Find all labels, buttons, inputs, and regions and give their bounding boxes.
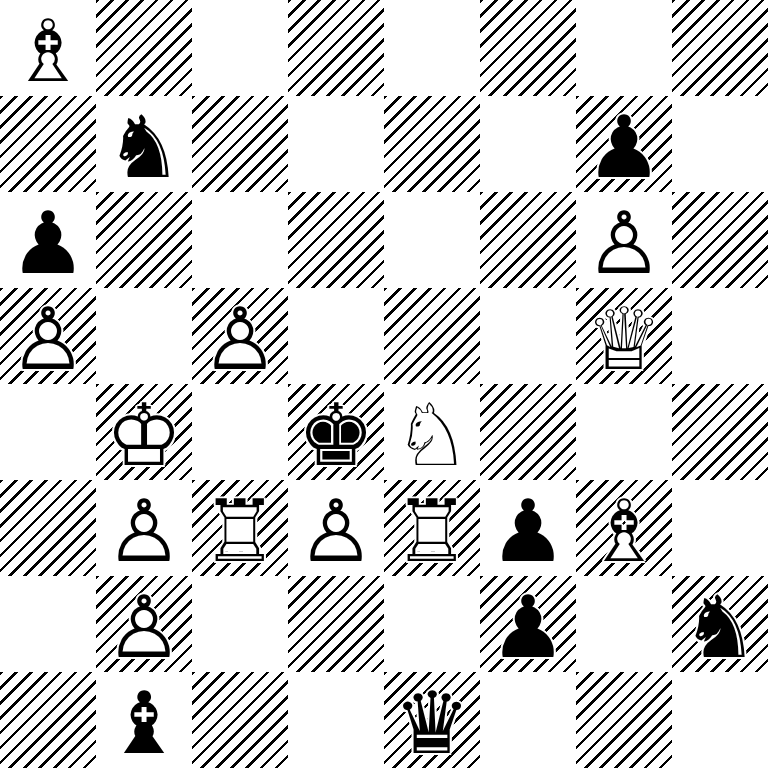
piece-black-pawn[interactable]: ♟ [576, 96, 672, 192]
chess-board: ♝♗♞♟♟♟♙♟♙♟♙♛♕♚♔♚♞♘♟♙♜♖♟♙♜♖♟♝♗♟♙♟♞♝♛ [0, 0, 768, 768]
square-h2[interactable]: ♞ [672, 576, 768, 672]
square-a1[interactable] [0, 672, 96, 768]
square-b3[interactable]: ♟♙ [96, 480, 192, 576]
square-g8[interactable] [576, 0, 672, 96]
square-h6[interactable] [672, 192, 768, 288]
square-c5[interactable]: ♟♙ [192, 288, 288, 384]
square-c2[interactable] [192, 576, 288, 672]
square-e1[interactable]: ♛ [384, 672, 480, 768]
square-e5[interactable] [384, 288, 480, 384]
piece-white-pawn[interactable]: ♙ [192, 288, 288, 384]
square-f1[interactable] [480, 672, 576, 768]
square-e8[interactable] [384, 0, 480, 96]
piece-white-pawn[interactable]: ♙ [96, 480, 192, 576]
square-g2[interactable] [576, 576, 672, 672]
piece-white-queen[interactable]: ♕ [576, 288, 672, 384]
square-f8[interactable] [480, 0, 576, 96]
piece-white-pawn[interactable]: ♙ [288, 480, 384, 576]
square-d5[interactable] [288, 288, 384, 384]
square-g5[interactable]: ♛♕ [576, 288, 672, 384]
square-a8[interactable]: ♝♗ [0, 0, 96, 96]
piece-black-bishop[interactable]: ♝ [96, 672, 192, 768]
square-g4[interactable] [576, 384, 672, 480]
square-d6[interactable] [288, 192, 384, 288]
square-a7[interactable] [0, 96, 96, 192]
square-b8[interactable] [96, 0, 192, 96]
square-a3[interactable] [0, 480, 96, 576]
square-f3[interactable]: ♟ [480, 480, 576, 576]
square-c3[interactable]: ♜♖ [192, 480, 288, 576]
square-g1[interactable] [576, 672, 672, 768]
square-g7[interactable]: ♟ [576, 96, 672, 192]
piece-white-bishop[interactable]: ♗ [576, 480, 672, 576]
square-a6[interactable]: ♟ [0, 192, 96, 288]
square-f2[interactable]: ♟ [480, 576, 576, 672]
piece-black-knight[interactable]: ♞ [96, 96, 192, 192]
piece-white-rook[interactable]: ♖ [384, 480, 480, 576]
square-g3[interactable]: ♝♗ [576, 480, 672, 576]
square-c7[interactable] [192, 96, 288, 192]
square-e3[interactable]: ♜♖ [384, 480, 480, 576]
square-b5[interactable] [96, 288, 192, 384]
square-h8[interactable] [672, 0, 768, 96]
square-e6[interactable] [384, 192, 480, 288]
square-e2[interactable] [384, 576, 480, 672]
square-h5[interactable] [672, 288, 768, 384]
square-c1[interactable] [192, 672, 288, 768]
square-b1[interactable]: ♝ [96, 672, 192, 768]
piece-white-pawn[interactable]: ♙ [0, 288, 96, 384]
square-h1[interactable] [672, 672, 768, 768]
square-h3[interactable] [672, 480, 768, 576]
piece-white-knight[interactable]: ♘ [384, 384, 480, 480]
square-c8[interactable] [192, 0, 288, 96]
piece-white-rook[interactable]: ♖ [192, 480, 288, 576]
square-f6[interactable] [480, 192, 576, 288]
square-f4[interactable] [480, 384, 576, 480]
square-d7[interactable] [288, 96, 384, 192]
square-d3[interactable]: ♟♙ [288, 480, 384, 576]
square-d4[interactable]: ♚ [288, 384, 384, 480]
square-b7[interactable]: ♞ [96, 96, 192, 192]
square-a4[interactable] [0, 384, 96, 480]
square-g6[interactable]: ♟♙ [576, 192, 672, 288]
piece-black-knight[interactable]: ♞ [672, 576, 768, 672]
piece-white-pawn[interactable]: ♙ [96, 576, 192, 672]
piece-black-pawn[interactable]: ♟ [480, 576, 576, 672]
square-d2[interactable] [288, 576, 384, 672]
piece-white-bishop[interactable]: ♗ [0, 0, 96, 96]
square-b6[interactable] [96, 192, 192, 288]
piece-black-king[interactable]: ♚ [288, 384, 384, 480]
square-b2[interactable]: ♟♙ [96, 576, 192, 672]
square-a2[interactable] [0, 576, 96, 672]
piece-black-pawn[interactable]: ♟ [480, 480, 576, 576]
square-a5[interactable]: ♟♙ [0, 288, 96, 384]
square-b4[interactable]: ♚♔ [96, 384, 192, 480]
piece-white-king[interactable]: ♔ [96, 384, 192, 480]
square-d8[interactable] [288, 0, 384, 96]
square-e4[interactable]: ♞♘ [384, 384, 480, 480]
piece-white-pawn[interactable]: ♙ [576, 192, 672, 288]
piece-black-queen[interactable]: ♛ [384, 672, 480, 768]
square-e7[interactable] [384, 96, 480, 192]
square-d1[interactable] [288, 672, 384, 768]
square-c4[interactable] [192, 384, 288, 480]
square-h7[interactable] [672, 96, 768, 192]
square-h4[interactable] [672, 384, 768, 480]
square-f5[interactable] [480, 288, 576, 384]
square-f7[interactable] [480, 96, 576, 192]
piece-black-pawn[interactable]: ♟ [0, 192, 96, 288]
square-c6[interactable] [192, 192, 288, 288]
